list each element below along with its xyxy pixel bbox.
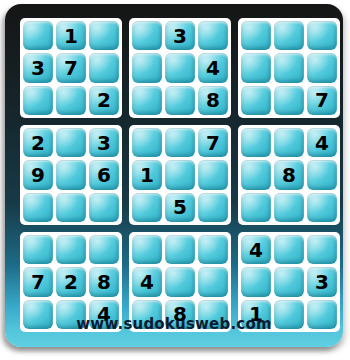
cell-r5c3[interactable]: 6 (89, 160, 119, 189)
cell-r8c3[interactable]: 8 (89, 267, 119, 296)
cell-r3c4[interactable] (132, 86, 162, 115)
cell-r8c2[interactable]: 2 (56, 267, 86, 296)
cell-r1c3[interactable] (89, 21, 119, 50)
cell-r2c7[interactable] (241, 53, 271, 82)
cell-r7c6[interactable] (198, 235, 228, 264)
cell-r4c4[interactable] (132, 128, 162, 157)
cell-r5c2[interactable] (56, 160, 86, 189)
cell-r2c6[interactable]: 4 (198, 53, 228, 82)
cell-r8c4[interactable]: 4 (132, 267, 162, 296)
sudoku-block-2-1: 2396 (20, 125, 122, 225)
cell-r3c9[interactable]: 7 (307, 86, 337, 115)
cell-r2c1[interactable]: 3 (23, 53, 53, 82)
cell-r8c6[interactable] (198, 267, 228, 296)
cell-r1c8[interactable] (274, 21, 304, 50)
cell-r8c8[interactable] (274, 267, 304, 296)
cell-r4c1[interactable]: 2 (23, 128, 53, 157)
cell-r5c1[interactable]: 9 (23, 160, 53, 189)
cell-r7c3[interactable] (89, 235, 119, 264)
cell-r2c3[interactable] (89, 53, 119, 82)
sudoku-block-2-3: 48 (238, 125, 340, 225)
cell-r7c1[interactable] (23, 235, 53, 264)
cell-r3c2[interactable] (56, 86, 86, 115)
cell-r2c8[interactable] (274, 53, 304, 82)
cell-r4c2[interactable] (56, 128, 86, 157)
cell-r2c2[interactable]: 7 (56, 53, 86, 82)
cell-r4c6[interactable]: 7 (198, 128, 228, 157)
cell-r6c9[interactable] (307, 193, 337, 222)
cell-r4c7[interactable] (241, 128, 271, 157)
cell-r3c6[interactable]: 8 (198, 86, 228, 115)
cell-r1c2[interactable]: 1 (56, 21, 86, 50)
cell-r6c2[interactable] (56, 193, 86, 222)
cell-r4c8[interactable] (274, 128, 304, 157)
cell-r5c5[interactable] (165, 160, 195, 189)
cell-r1c4[interactable] (132, 21, 162, 50)
cell-r5c4[interactable]: 1 (132, 160, 162, 189)
sudoku-block-1-3: 7 (238, 18, 340, 118)
cell-r8c7[interactable] (241, 267, 271, 296)
cell-r7c5[interactable] (165, 235, 195, 264)
cell-r7c7[interactable]: 4 (241, 235, 271, 264)
cell-r2c5[interactable] (165, 53, 195, 82)
sudoku-block-2-2: 715 (129, 125, 231, 225)
sudoku-page: 13723487239671548728448431 www.sudokuswe… (0, 0, 350, 360)
cell-r7c2[interactable] (56, 235, 86, 264)
cell-r6c6[interactable] (198, 193, 228, 222)
cell-r4c3[interactable]: 3 (89, 128, 119, 157)
cell-r6c5[interactable]: 5 (165, 193, 195, 222)
cell-r2c9[interactable] (307, 53, 337, 82)
cell-r1c7[interactable] (241, 21, 271, 50)
cell-r5c6[interactable] (198, 160, 228, 189)
cell-r8c5[interactable] (165, 267, 195, 296)
cell-r3c5[interactable] (165, 86, 195, 115)
cell-r3c1[interactable] (23, 86, 53, 115)
cell-r7c8[interactable] (274, 235, 304, 264)
cell-r7c9[interactable] (307, 235, 337, 264)
sudoku-board: 13723487239671548728448431 (20, 18, 340, 332)
footer-url: www.sudokusweb.com (5, 315, 343, 333)
cell-r8c9[interactable]: 3 (307, 267, 337, 296)
cell-r8c1[interactable]: 7 (23, 267, 53, 296)
cell-r3c3[interactable]: 2 (89, 86, 119, 115)
cell-r6c3[interactable] (89, 193, 119, 222)
cell-r6c7[interactable] (241, 193, 271, 222)
sudoku-block-1-1: 1372 (20, 18, 122, 118)
cell-r1c1[interactable] (23, 21, 53, 50)
cell-r7c4[interactable] (132, 235, 162, 264)
cell-r4c5[interactable] (165, 128, 195, 157)
sudoku-block-1-2: 348 (129, 18, 231, 118)
cell-r3c8[interactable] (274, 86, 304, 115)
cell-r5c7[interactable] (241, 160, 271, 189)
cell-r4c9[interactable]: 4 (307, 128, 337, 157)
cell-r6c1[interactable] (23, 193, 53, 222)
cell-r5c8[interactable]: 8 (274, 160, 304, 189)
board-frame: 13723487239671548728448431 www.sudokuswe… (5, 4, 343, 347)
cell-r6c8[interactable] (274, 193, 304, 222)
cell-r5c9[interactable] (307, 160, 337, 189)
cell-r1c5[interactable]: 3 (165, 21, 195, 50)
cell-r1c9[interactable] (307, 21, 337, 50)
cell-r3c7[interactable] (241, 86, 271, 115)
cell-r1c6[interactable] (198, 21, 228, 50)
cell-r6c4[interactable] (132, 193, 162, 222)
cell-r2c4[interactable] (132, 53, 162, 82)
